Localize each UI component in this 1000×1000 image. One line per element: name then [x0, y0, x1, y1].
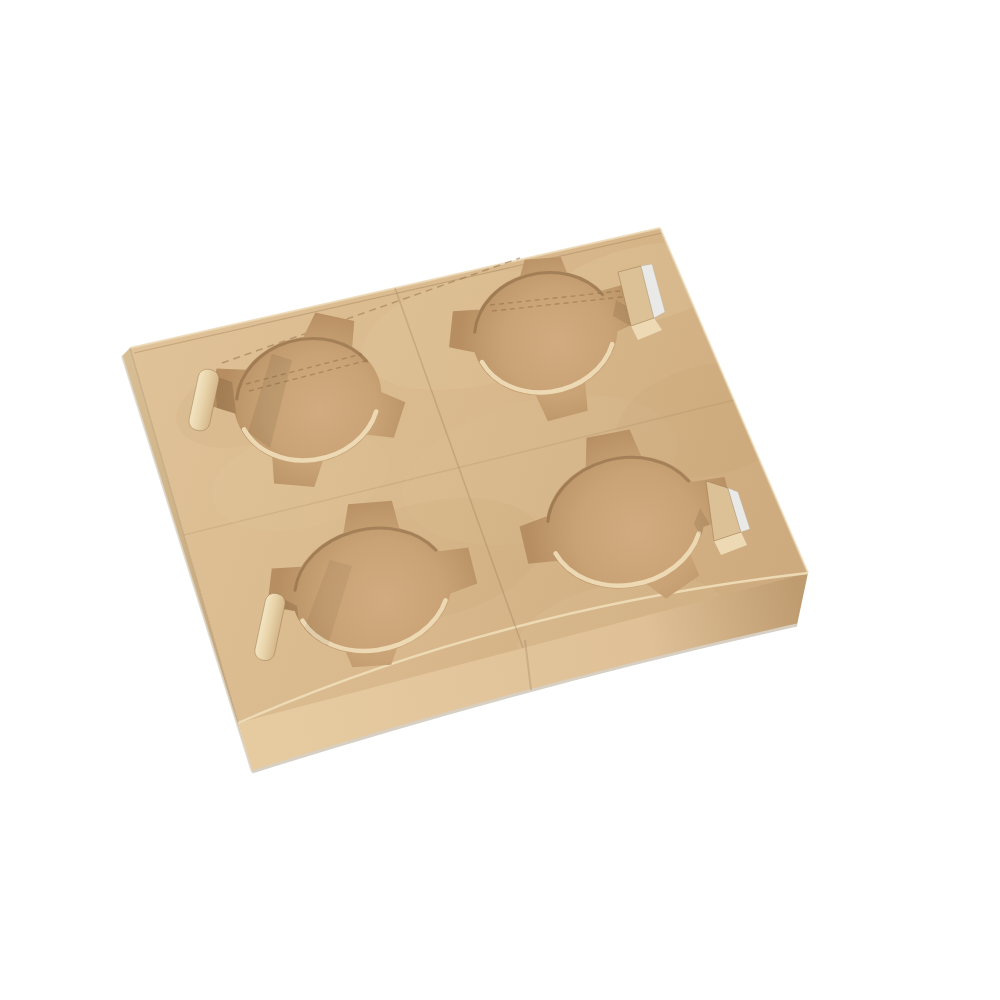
cup-carrier-tray — [0, 0, 1000, 1000]
product-photo — [0, 0, 1000, 1000]
